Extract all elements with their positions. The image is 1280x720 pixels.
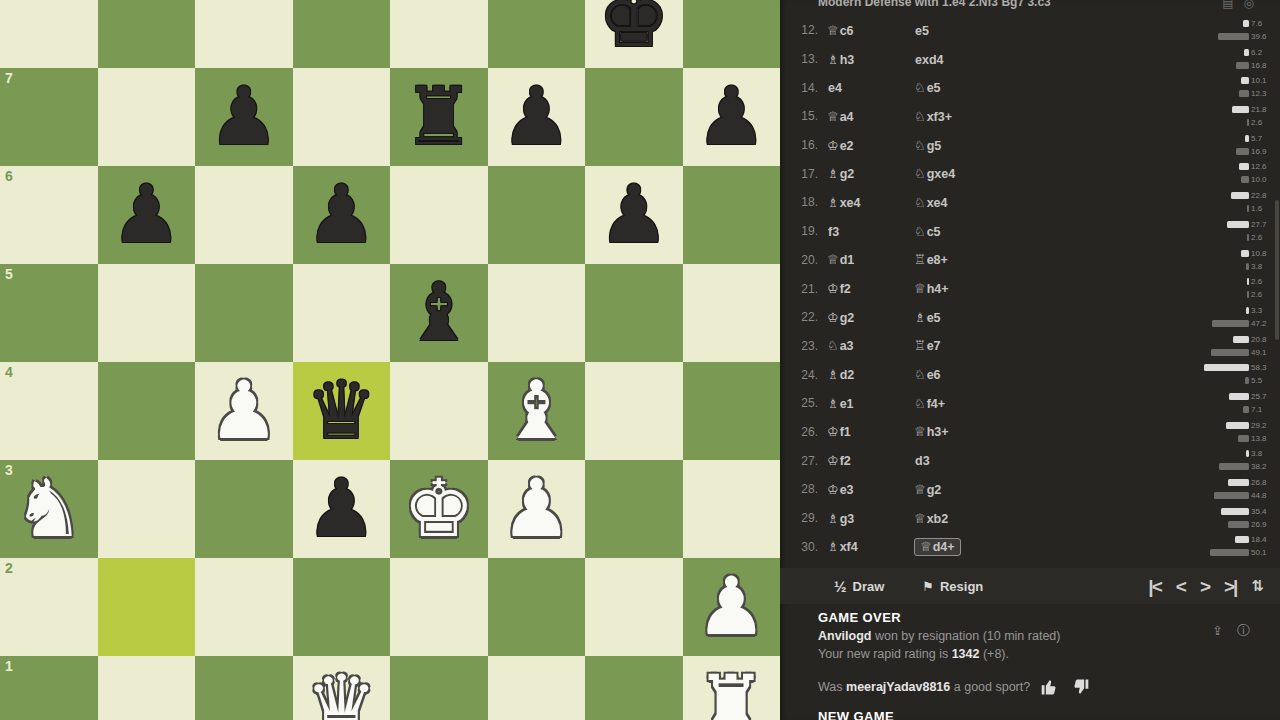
white-queen-d1[interactable]: ♛ [293,656,391,720]
rating-line: Your new rapid rating is 1342 (+8). [818,647,1264,661]
time-value: 7.6 [1251,19,1276,28]
black-move[interactable]: ♘e5 [914,80,992,95]
move-row-14: 14.e4♘e510.112.3 [780,73,1280,102]
time-value: 2.6 [1251,277,1276,286]
time-value: 26.8 [1251,478,1276,487]
white-move[interactable]: ♔f2 [827,453,905,468]
game-over-icons[interactable]: ⇪ⓘ [1212,622,1264,640]
black-move[interactable]: ♘xf3+ [914,109,992,124]
sidebar: Modern Defense with 1.e4 2.Nf3 Bg7 3.c3 … [780,0,1280,720]
square-a1[interactable] [0,656,98,720]
time-value: 49.1 [1251,348,1276,357]
square-e4[interactable] [390,362,488,460]
time-value: 12.3 [1251,89,1276,98]
piece-figurine: ♗ [914,310,926,325]
move-number: 17. [788,167,818,181]
time-value: 39.6 [1251,32,1276,41]
square-e1[interactable] [390,656,488,720]
rank-label-1: 1 [5,659,13,673]
move-number: 28. [788,482,818,496]
white-time-bar [1229,393,1249,400]
black-move[interactable]: ♕d4+ [914,539,992,554]
move-number: 27. [788,454,818,468]
black-time-bar [1247,119,1249,126]
white-move[interactable]: ♔g2 [827,310,905,325]
move-number: 30. [788,540,818,554]
black-time-bar [1245,377,1249,384]
square-h6[interactable] [683,166,781,264]
move-row-22: 22.♔g2♗e53.347.2 [780,303,1280,332]
black-move[interactable]: ♘xe4 [914,195,992,210]
winner-name: Anvilogd [818,629,871,643]
move-time-bars: 6.216.8 [1200,46,1276,73]
game-over-title: GAME OVER [818,610,1264,625]
time-value: 58.3 [1251,363,1276,372]
square-g7[interactable] [585,68,683,166]
black-pawn-b6[interactable]: ♟ [98,166,196,264]
time-value: 29.2 [1251,421,1276,430]
white-time-bar [1204,364,1249,371]
white-time-bar [1243,20,1249,27]
square-d8[interactable] [293,0,391,68]
square-f2[interactable] [488,558,586,656]
black-move[interactable]: ♕g2 [914,482,992,497]
piece-figurine: ♔ [827,138,839,153]
result-line: Anvilogd won by resignation (10 min rate… [818,629,1264,643]
square-h3[interactable] [683,460,781,558]
move-number: 20. [788,253,818,267]
rank-label-2: 2 [5,561,13,575]
white-knight-a3[interactable]: ♞ [0,460,98,558]
black-move[interactable]: ♕xb2 [914,511,992,526]
black-move[interactable]: ♘e6 [914,367,992,382]
square-g5[interactable] [585,264,683,362]
square-b4[interactable] [98,362,196,460]
time-value: 16.8 [1251,61,1276,70]
time-value: 1.6 [1251,204,1276,213]
square-f1[interactable] [488,656,586,720]
white-time-bar [1246,450,1249,457]
time-value: 2.6 [1251,290,1276,299]
white-time-bar [1247,278,1249,285]
move-time-bars: 2.62.6 [1200,275,1276,302]
square-f6[interactable] [488,166,586,264]
move-number: 23. [788,339,818,353]
move-number: 19. [788,224,818,238]
black-move[interactable]: ♕h3+ [914,424,992,439]
black-time-bar [1247,291,1249,298]
time-value: 50.1 [1251,548,1276,557]
game-over-panel: GAME OVER ⇪ⓘ Anvilogd won by resignation… [780,604,1280,720]
white-time-bar [1244,49,1249,56]
piece-figurine: ♗ [827,367,839,382]
sport-question: Was meerajYadav8816 a good sport? [818,680,1030,694]
time-value: 3.8 [1251,262,1276,271]
black-time-bar [1241,176,1249,183]
square-d5[interactable] [293,264,391,362]
square-g4[interactable] [585,362,683,460]
board-viewport: 87654321♚♟♜♟♟♟♟♟♝♟♛♝♞♟♚♟♟♛♜ [0,0,780,720]
black-time-bar [1212,320,1249,327]
rank-label-4: 4 [5,365,13,379]
time-value: 44.8 [1251,491,1276,500]
square-a4[interactable] [0,362,98,460]
square-b2[interactable] [98,558,196,656]
square-g2[interactable] [585,558,683,656]
white-king-e3[interactable]: ♚ [390,460,488,558]
move-row-24: 24.♗d2♘e658.35.5 [780,360,1280,389]
time-value: 18.4 [1251,535,1276,544]
black-time-bar [1243,406,1249,413]
thumbs-up-icon[interactable] [1040,677,1060,697]
square-c1[interactable] [195,656,293,720]
white-time-bar [1232,106,1249,113]
white-move[interactable]: ♕a4 [827,109,905,124]
white-move[interactable]: ♗d2 [827,367,905,382]
black-pawn-d3[interactable]: ♟ [293,460,391,558]
rank-label-5: 5 [5,267,13,281]
white-move[interactable]: ♗xf4 [827,539,905,554]
square-c6[interactable] [195,166,293,264]
scrollbar-thumb[interactable] [1275,200,1279,340]
piece-figurine: ♘ [914,396,926,411]
square-a5[interactable] [0,264,98,362]
piece-figurine: ♗ [827,195,839,210]
piece-figurine: ♘ [914,195,926,210]
piece-figurine: ♕ [827,23,839,38]
move-row-19: 19.f3♘c527.72.6 [780,217,1280,246]
time-value: 13.8 [1251,434,1276,443]
time-value: 5.5 [1251,376,1276,385]
move-row-16: 16.♔e2♘g55.716.9 [780,131,1280,160]
opening-name: Modern Defense with 1.e4 2.Nf3 Bg7 3.c3 [818,0,1280,9]
time-value: 16.9 [1251,147,1276,156]
move-time-bars: 25.77.1 [1200,390,1276,417]
white-move[interactable]: ♗h3 [827,52,905,67]
piece-figurine: ♘ [914,166,926,181]
piece-figurine: ♕ [914,424,926,439]
white-move[interactable]: ♗g3 [827,511,905,526]
thumbs-down-icon[interactable] [1070,677,1090,697]
black-time-bar [1218,33,1249,40]
move-time-bars: 29.213.8 [1200,419,1276,446]
black-move[interactable]: ♘gxe4 [914,166,992,181]
piece-figurine: ♘ [914,80,926,95]
square-c8[interactable] [195,0,293,68]
opening-row: Modern Defense with 1.e4 2.Nf3 Bg7 3.c3 … [780,0,1280,14]
black-move[interactable]: e5 [914,23,992,38]
draw-label: Draw [853,579,885,594]
black-time-bar [1228,521,1249,528]
white-time-bar [1245,135,1249,142]
piece-figurine: ♔ [827,482,839,497]
time-value: 2.6 [1251,233,1276,242]
time-value: 26.9 [1251,520,1276,529]
white-time-bar [1231,192,1249,199]
white-time-bar [1226,422,1249,429]
square-e2[interactable] [390,558,488,656]
resign-label: Resign [940,579,983,594]
time-value: 27.7 [1251,220,1276,229]
resign-flag-icon: ⚑ [922,579,934,594]
time-value: 12.6 [1251,162,1276,171]
black-queen-d4[interactable]: ♛ [293,362,391,460]
resign-button[interactable]: ⚑ Resign [916,578,989,595]
black-move[interactable]: d3 [914,453,992,468]
chess-app: 87654321♚♟♜♟♟♟♟♟♝♟♛♝♞♟♚♟♟♛♜ Modern Defen… [0,0,1280,720]
square-f8[interactable] [488,0,586,68]
move-number: 16. [788,138,818,152]
black-time-bar [1219,463,1249,470]
move-time-bars: 26.844.8 [1200,476,1276,503]
move-time-bars: 27.72.6 [1200,218,1276,245]
black-move[interactable]: ♖e7 [914,338,992,353]
black-move[interactable]: exd4 [914,52,992,67]
square-d2[interactable] [293,558,391,656]
black-move[interactable]: ♘f4+ [914,396,992,411]
move-time-bars: 10.83.8 [1200,247,1276,274]
piece-figurine: ♔ [827,281,839,296]
piece-figurine: ♘ [914,138,926,153]
piece-figurine: ♔ [827,310,839,325]
white-move[interactable]: ♔f2 [827,281,905,296]
black-pawn-g6[interactable]: ♟ [585,166,683,264]
black-move[interactable]: ♘c5 [914,224,992,239]
white-move[interactable]: ♕d1 [827,252,905,267]
move-row-27: 27.♔f2d33.838.2 [780,446,1280,475]
chess-board[interactable]: 87654321♚♟♜♟♟♟♟♟♝♟♛♝♞♟♚♟♟♛♜ [0,0,780,720]
flip-board-icon[interactable]: ⇅ [1251,577,1264,596]
square-h8[interactable] [683,0,781,68]
black-time-bar [1236,62,1249,69]
time-value: 5.7 [1251,134,1276,143]
move-time-bars: 22.81.6 [1200,189,1276,216]
white-time-bar [1241,250,1249,257]
square-e8[interactable] [390,0,488,68]
move-time-bars: 18.450.1 [1200,533,1276,560]
piece-figurine: ♕ [914,511,926,526]
black-time-bar [1239,90,1249,97]
square-g1[interactable] [585,656,683,720]
square-c5[interactable] [195,264,293,362]
black-rook-e7[interactable]: ♜ [390,68,488,166]
square-c2[interactable] [195,558,293,656]
time-value: 22.8 [1251,191,1276,200]
square-b1[interactable] [98,656,196,720]
black-move[interactable]: ♗e5 [914,310,992,325]
black-pawn-h7[interactable]: ♟ [683,68,781,166]
square-a6[interactable] [0,166,98,264]
square-d7[interactable] [293,68,391,166]
nav-next-icon[interactable]: > [1200,577,1209,596]
square-b7[interactable] [98,68,196,166]
move-navigation: |< < > >| ⇅ [1148,577,1264,596]
piece-figurine: ♗ [827,539,839,554]
piece-figurine: ♘ [827,338,839,353]
black-time-bar [1210,549,1249,556]
black-bishop-e5[interactable]: ♝ [390,264,488,362]
move-row-17: 17.♗g2♘gxe412.610.0 [780,159,1280,188]
piece-figurine: ♕ [914,482,926,497]
white-move[interactable]: ♕c6 [827,23,905,38]
piece-figurine: ♔ [827,424,839,439]
move-time-bars: 58.35.5 [1200,361,1276,388]
white-move[interactable]: ♔f1 [827,424,905,439]
move-number: 14. [788,81,818,95]
move-list: 12.♕c6e57.639.613.♗h3exd46.216.814.e4♘e5… [780,16,1280,568]
square-g3[interactable] [585,460,683,558]
move-number: 15. [788,109,818,123]
move-row-30: 30.♗xf4♕d4+18.450.1 [780,532,1280,561]
piece-figurine: ♘ [914,224,926,239]
square-b8[interactable] [98,0,196,68]
move-time-bars: 10.112.3 [1200,74,1276,101]
square-a8[interactable] [0,0,98,68]
white-move[interactable]: ♗xe4 [827,195,905,210]
white-move[interactable]: f3 [827,224,905,239]
move-number: 24. [788,368,818,382]
white-time-bar [1227,221,1249,228]
white-rook-h1[interactable]: ♜ [683,656,781,720]
piece-figurine: ♔ [827,453,839,468]
nav-last-icon[interactable]: >| [1224,577,1236,596]
time-value: 47.2 [1251,319,1276,328]
black-time-bar [1238,435,1249,442]
move-number: 21. [788,282,818,296]
square-e6[interactable] [390,166,488,264]
move-number: 12. [788,23,818,37]
piece-figurine: ♘ [914,367,926,382]
time-value: 3.3 [1251,306,1276,315]
move-number: 22. [788,310,818,324]
new-rating: 1342 [952,647,980,661]
move-time-bars: 3.838.2 [1200,447,1276,474]
move-row-25: 25.♗e1♘f4+25.77.1 [780,389,1280,418]
white-time-bar [1228,479,1249,486]
move-row-29: 29.♗g3♕xb235.426.9 [780,504,1280,533]
white-move[interactable]: e4 [827,80,905,95]
time-value: 20.8 [1251,335,1276,344]
black-time-bar [1214,492,1249,499]
piece-figurine: ♕ [914,281,926,296]
move-row-12: 12.♕c6e57.639.6 [780,16,1280,45]
opponent-name: meerajYadav8816 [846,680,950,694]
draw-button[interactable]: ½ Draw [828,577,890,596]
header-icons[interactable]: ▤◎ [1222,0,1264,10]
black-move[interactable]: ♕h4+ [914,281,992,296]
black-time-bar [1211,349,1249,356]
black-king-g8[interactable]: ♚ [585,0,683,68]
time-value: 38.2 [1251,462,1276,471]
white-move[interactable]: ♔e2 [827,138,905,153]
white-pawn-c4[interactable]: ♟ [195,362,293,460]
white-move[interactable]: ♗g2 [827,166,905,181]
game-controls: ½ Draw ⚑ Resign |< < > >| ⇅ [780,568,1280,604]
white-time-bar [1221,508,1249,515]
move-time-bars: 12.610.0 [1200,160,1276,187]
move-number: 25. [788,396,818,410]
piece-figurine: ♖ [914,338,926,353]
time-value: 25.7 [1251,392,1276,401]
nav-prev-icon[interactable]: < [1176,577,1185,596]
move-time-bars: 7.639.6 [1200,17,1276,44]
move-time-bars: 21.82.6 [1200,103,1276,130]
black-pawn-f7[interactable]: ♟ [488,68,586,166]
move-row-18: 18.♗xe4♘xe422.81.6 [780,188,1280,217]
move-time-bars: 5.716.9 [1200,132,1276,159]
white-pawn-f3[interactable]: ♟ [488,460,586,558]
white-time-bar [1246,307,1249,314]
black-pawn-c7[interactable]: ♟ [195,68,293,166]
half-icon: ½ [834,578,847,595]
square-c3[interactable] [195,460,293,558]
square-a7[interactable] [0,68,98,166]
new-game-title: NEW GAME [818,709,1264,720]
piece-figurine: ♗ [827,166,839,181]
square-h5[interactable] [683,264,781,362]
move-time-bars: 35.426.9 [1200,505,1276,532]
move-number: 26. [788,425,818,439]
black-time-bar [1236,148,1249,155]
move-time-bars: 20.849.1 [1200,333,1276,360]
piece-figurine: ♗ [827,396,839,411]
piece-figurine: ♘ [914,109,926,124]
square-h4[interactable] [683,362,781,460]
white-bishop-f4[interactable]: ♝ [488,362,586,460]
move-row-23: 23.♘a3♖e720.849.1 [780,332,1280,361]
time-value: 6.2 [1251,48,1276,57]
white-move[interactable]: ♔e3 [827,482,905,497]
piece-figurine: ♖ [914,252,926,267]
black-time-bar [1246,263,1249,270]
time-value: 3.8 [1251,449,1276,458]
black-pawn-d6[interactable]: ♟ [293,166,391,264]
white-move[interactable]: ♗e1 [827,396,905,411]
rank-label-7: 7 [5,71,13,85]
black-move[interactable]: ♖e8+ [914,252,992,267]
move-number: 13. [788,52,818,66]
move-row-28: 28.♔e3♕g226.844.8 [780,475,1280,504]
white-time-bar [1235,536,1249,543]
white-move[interactable]: ♘a3 [827,338,905,353]
square-a2[interactable] [0,558,98,656]
nav-first-icon[interactable]: |< [1148,577,1160,596]
rank-label-6: 6 [5,169,13,183]
square-b3[interactable] [98,460,196,558]
move-row-13: 13.♗h3exd46.216.8 [780,45,1280,74]
black-move[interactable]: ♘g5 [914,138,992,153]
piece-figurine: ♕ [827,109,839,124]
time-value: 21.8 [1251,105,1276,114]
square-f5[interactable] [488,264,586,362]
piece-figurine: ♕ [920,539,932,554]
move-row-26: 26.♔f1♕h3+29.213.8 [780,418,1280,447]
move-number: 29. [788,511,818,525]
time-value: 10.8 [1251,249,1276,258]
move-number: 18. [788,195,818,209]
black-time-bar [1247,205,1249,212]
white-time-bar [1241,77,1249,84]
white-pawn-h2[interactable]: ♟ [683,558,781,656]
rank-label-3: 3 [5,463,13,477]
move-time-bars: 3.347.2 [1200,304,1276,331]
sportsmanship-row: Was meerajYadav8816 a good sport? [818,677,1264,697]
move-row-15: 15.♕a4♘xf3+21.82.6 [780,102,1280,131]
time-value: 10.0 [1251,175,1276,184]
square-b5[interactable] [98,264,196,362]
move-row-21: 21.♔f2♕h4+2.62.6 [780,274,1280,303]
white-time-bar [1239,163,1249,170]
